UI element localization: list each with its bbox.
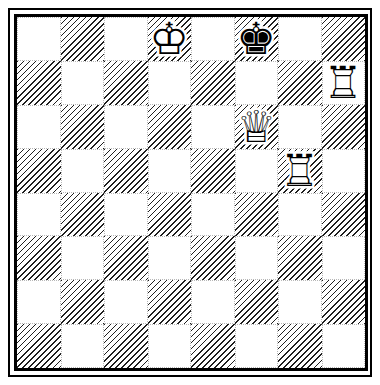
square-a6: [17, 105, 61, 149]
square-h8: [322, 17, 366, 61]
square-d4: [148, 193, 192, 237]
square-c7: [104, 61, 148, 105]
square-a5: [17, 149, 61, 193]
square-d3: [148, 236, 192, 280]
square-f4: [235, 193, 279, 237]
chess-board: ♚♔♚♚♜♖♛♕♜♖: [14, 14, 368, 371]
square-h1: [322, 324, 366, 368]
square-f5: [235, 149, 279, 193]
square-c5: [104, 149, 148, 193]
square-f7: [235, 61, 279, 105]
square-a1: [17, 324, 61, 368]
square-c1: [104, 324, 148, 368]
square-a4: [17, 193, 61, 237]
square-f2: [235, 280, 279, 324]
square-e2: [191, 280, 235, 324]
square-h4: [322, 193, 366, 237]
square-d5: [148, 149, 192, 193]
square-a2: [17, 280, 61, 324]
square-d7: [148, 61, 192, 105]
square-e4: [191, 193, 235, 237]
chess-diagram: ♚♔♚♚♜♖♛♕♜♖: [0, 0, 380, 385]
square-f8: ♚♚: [235, 17, 279, 61]
square-h5: [322, 149, 366, 193]
square-a8: [17, 17, 61, 61]
square-g5: ♜♖: [278, 149, 322, 193]
square-d1: [148, 324, 192, 368]
square-d8: ♚♔: [148, 17, 192, 61]
square-h3: [322, 236, 366, 280]
square-f6: ♛♕: [235, 105, 279, 149]
square-g6: [278, 105, 322, 149]
square-c4: [104, 193, 148, 237]
square-b6: [61, 105, 105, 149]
square-b2: [61, 280, 105, 324]
white-rook-piece: ♖: [324, 61, 363, 105]
square-f1: [235, 324, 279, 368]
square-g2: [278, 280, 322, 324]
square-f3: [235, 236, 279, 280]
square-d6: [148, 105, 192, 149]
square-b8: [61, 17, 105, 61]
square-c3: [104, 236, 148, 280]
square-a3: [17, 236, 61, 280]
square-e3: [191, 236, 235, 280]
square-b1: [61, 324, 105, 368]
black-king-piece: ♚: [237, 17, 276, 61]
square-c8: [104, 17, 148, 61]
square-c2: [104, 280, 148, 324]
square-b3: [61, 236, 105, 280]
square-g7: [278, 61, 322, 105]
square-h7: ♜♖: [322, 61, 366, 105]
square-b7: [61, 61, 105, 105]
white-queen-piece: ♕: [237, 105, 276, 149]
square-h6: [322, 105, 366, 149]
square-c6: [104, 105, 148, 149]
square-g1: [278, 324, 322, 368]
square-b4: [61, 193, 105, 237]
square-d2: [148, 280, 192, 324]
square-e7: [191, 61, 235, 105]
white-rook-piece: ♖: [280, 149, 319, 193]
square-e1: [191, 324, 235, 368]
square-g8: [278, 17, 322, 61]
square-h2: [322, 280, 366, 324]
square-e5: [191, 149, 235, 193]
square-e8: [191, 17, 235, 61]
square-g3: [278, 236, 322, 280]
square-a7: [17, 61, 61, 105]
square-g4: [278, 193, 322, 237]
square-b5: [61, 149, 105, 193]
white-king-piece: ♔: [150, 17, 189, 61]
square-e6: [191, 105, 235, 149]
